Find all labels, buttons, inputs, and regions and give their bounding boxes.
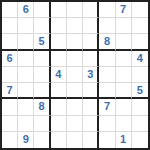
cell-r6c9[interactable]: 5	[132, 83, 148, 99]
cell-r9c1[interactable]	[2, 132, 18, 148]
cell-r3c2[interactable]	[18, 34, 34, 50]
cell-r8c2[interactable]	[18, 116, 34, 132]
given-digit: 6	[23, 4, 29, 15]
cell-r9c4[interactable]	[51, 132, 67, 148]
cell-r3c6[interactable]	[83, 34, 99, 50]
given-digit: 3	[87, 69, 93, 80]
cell-r3c3[interactable]: 5	[34, 34, 50, 50]
cell-r5c1[interactable]	[2, 67, 18, 83]
cell-r4c8[interactable]	[116, 51, 132, 67]
cell-r9c8[interactable]: 1	[116, 132, 132, 148]
cell-r7c7[interactable]: 7	[99, 99, 115, 115]
cell-r1c4[interactable]	[51, 2, 67, 18]
cell-r9c5[interactable]	[67, 132, 83, 148]
cell-r7c9[interactable]	[132, 99, 148, 115]
cell-r3c1[interactable]	[2, 34, 18, 50]
cell-r5c2[interactable]	[18, 67, 34, 83]
cell-r2c1[interactable]	[2, 18, 18, 34]
cell-r4c3[interactable]	[34, 51, 50, 67]
cell-r5c4[interactable]: 4	[51, 67, 67, 83]
cell-r1c5[interactable]	[67, 2, 83, 18]
cell-r2c2[interactable]	[18, 18, 34, 34]
cell-r4c4[interactable]	[51, 51, 67, 67]
given-digit: 7	[7, 85, 13, 96]
cell-r8c1[interactable]	[2, 116, 18, 132]
cell-r2c7[interactable]	[99, 18, 115, 34]
cell-r1c9[interactable]	[132, 2, 148, 18]
cell-r8c4[interactable]	[51, 116, 67, 132]
cell-r7c5[interactable]	[67, 99, 83, 115]
cell-r7c1[interactable]	[2, 99, 18, 115]
cell-r4c7[interactable]	[99, 51, 115, 67]
cell-r2c8[interactable]	[116, 18, 132, 34]
given-digit: 7	[120, 4, 126, 15]
cell-r5c8[interactable]	[116, 67, 132, 83]
cell-r7c4[interactable]	[51, 99, 67, 115]
cell-r6c4[interactable]	[51, 83, 67, 99]
cell-r3c9[interactable]	[132, 34, 148, 50]
cell-r6c3[interactable]	[34, 83, 50, 99]
cell-r3c7[interactable]: 8	[99, 34, 115, 50]
cell-r5c3[interactable]	[34, 67, 50, 83]
given-digit: 8	[104, 36, 110, 47]
cell-r3c4[interactable]	[51, 34, 67, 50]
cell-r1c3[interactable]	[34, 2, 50, 18]
cell-r2c9[interactable]	[132, 18, 148, 34]
sudoku-board: 67586443758791	[0, 0, 150, 150]
cell-r9c9[interactable]	[132, 132, 148, 148]
cell-r2c3[interactable]	[34, 18, 50, 34]
cell-r4c6[interactable]	[83, 51, 99, 67]
cell-r8c3[interactable]	[34, 116, 50, 132]
given-digit: 1	[120, 134, 126, 145]
given-digit: 4	[137, 53, 143, 64]
given-digit: 8	[38, 101, 44, 112]
cell-r7c8[interactable]	[116, 99, 132, 115]
cell-r6c6[interactable]	[83, 83, 99, 99]
cell-r5c7[interactable]	[99, 67, 115, 83]
cell-r8c9[interactable]	[132, 116, 148, 132]
cell-r5c9[interactable]	[132, 67, 148, 83]
cell-r5c6[interactable]: 3	[83, 67, 99, 83]
cell-r8c6[interactable]	[83, 116, 99, 132]
cell-r8c8[interactable]	[116, 116, 132, 132]
cell-r9c6[interactable]	[83, 132, 99, 148]
cell-r9c2[interactable]: 9	[18, 132, 34, 148]
cell-r8c5[interactable]	[67, 116, 83, 132]
cell-r1c2[interactable]: 6	[18, 2, 34, 18]
given-digit: 5	[137, 85, 143, 96]
cell-r9c3[interactable]	[34, 132, 50, 148]
cell-r7c6[interactable]	[83, 99, 99, 115]
cell-r6c2[interactable]	[18, 83, 34, 99]
given-digit: 4	[55, 69, 61, 80]
cell-r3c8[interactable]	[116, 34, 132, 50]
cell-r2c5[interactable]	[67, 18, 83, 34]
given-digit: 9	[23, 134, 29, 145]
cell-r6c7[interactable]	[99, 83, 115, 99]
cell-r1c8[interactable]: 7	[116, 2, 132, 18]
cell-r6c5[interactable]	[67, 83, 83, 99]
cell-r5c5[interactable]	[67, 67, 83, 83]
cell-r1c6[interactable]	[83, 2, 99, 18]
cell-r4c9[interactable]: 4	[132, 51, 148, 67]
cell-r4c1[interactable]: 6	[2, 51, 18, 67]
given-digit: 5	[38, 36, 44, 47]
cell-r1c1[interactable]	[2, 2, 18, 18]
cell-r6c8[interactable]	[116, 83, 132, 99]
cell-r9c7[interactable]	[99, 132, 115, 148]
cell-r7c3[interactable]: 8	[34, 99, 50, 115]
cell-r3c5[interactable]	[67, 34, 83, 50]
given-digit: 7	[104, 101, 110, 112]
cell-r1c7[interactable]	[99, 2, 115, 18]
cell-r7c2[interactable]	[18, 99, 34, 115]
cell-r2c4[interactable]	[51, 18, 67, 34]
given-digit: 6	[7, 53, 13, 64]
cell-r4c2[interactable]	[18, 51, 34, 67]
cell-r2c6[interactable]	[83, 18, 99, 34]
cell-r4c5[interactable]	[67, 51, 83, 67]
cell-r6c1[interactable]: 7	[2, 83, 18, 99]
cell-r8c7[interactable]	[99, 116, 115, 132]
